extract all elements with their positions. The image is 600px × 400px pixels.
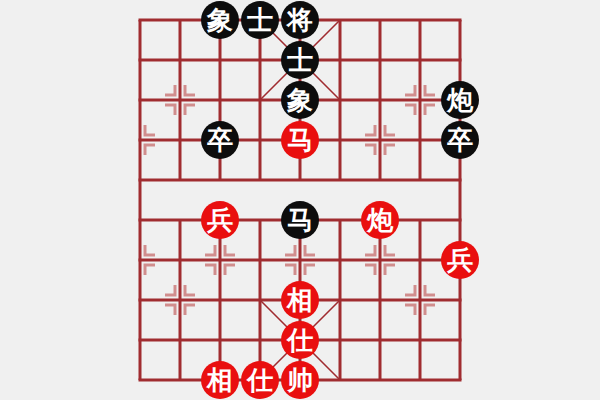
piece-red-elephant[interactable]: 相: [201, 361, 239, 399]
piece-red-cannon[interactable]: 炮: [361, 201, 399, 239]
piece-black-advisor[interactable]: 士: [281, 41, 319, 79]
piece-red-soldier[interactable]: 兵: [441, 241, 479, 279]
piece-red-advisor[interactable]: 仕: [281, 321, 319, 359]
piece-black-soldier[interactable]: 卒: [201, 121, 239, 159]
piece-black-cannon[interactable]: 炮: [441, 81, 479, 119]
piece-black-general[interactable]: 将: [281, 1, 319, 39]
piece-black-elephant[interactable]: 象: [201, 1, 239, 39]
piece-black-advisor[interactable]: 士: [241, 1, 279, 39]
piece-black-elephant[interactable]: 象: [281, 81, 319, 119]
piece-red-horse[interactable]: 马: [281, 121, 319, 159]
piece-red-advisor[interactable]: 仕: [241, 361, 279, 399]
board-grid[interactable]: 象士将士象炮卒马卒兵马炮兵相仕相仕帅: [120, 0, 480, 400]
piece-black-soldier[interactable]: 卒: [441, 121, 479, 159]
piece-black-horse[interactable]: 马: [281, 201, 319, 239]
piece-red-general[interactable]: 帅: [281, 361, 319, 399]
xiangqi-board: 象士将士象炮卒马卒兵马炮兵相仕相仕帅: [0, 0, 600, 400]
piece-red-elephant[interactable]: 相: [281, 281, 319, 319]
piece-red-soldier[interactable]: 兵: [201, 201, 239, 239]
